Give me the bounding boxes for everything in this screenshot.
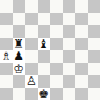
square-d7[interactable] [38, 13, 51, 26]
black-king: ♚ [38, 88, 49, 101]
square-g4[interactable] [75, 50, 88, 63]
square-d5[interactable]: ♝ [38, 38, 51, 51]
black-rook: ♜ [13, 38, 24, 51]
square-b4[interactable]: ♟ [13, 50, 26, 63]
square-a3[interactable] [0, 63, 13, 76]
square-h5[interactable] [88, 38, 101, 51]
white-pawn: ♙ [26, 75, 37, 88]
square-h1[interactable] [88, 88, 101, 101]
square-b7[interactable] [13, 13, 26, 26]
square-a2[interactable] [0, 75, 13, 88]
square-e2[interactable] [50, 75, 63, 88]
square-g7[interactable] [75, 13, 88, 26]
square-d2[interactable] [38, 75, 51, 88]
square-e4[interactable] [50, 50, 63, 63]
square-g1[interactable] [75, 88, 88, 101]
black-pawn: ♟ [13, 50, 24, 63]
square-b6[interactable] [13, 25, 26, 38]
square-d4[interactable] [38, 50, 51, 63]
square-b5[interactable]: ♜ [13, 38, 26, 51]
square-h2[interactable] [88, 75, 101, 88]
white-king: ♔ [13, 63, 24, 76]
square-c6[interactable] [25, 25, 38, 38]
square-f5[interactable] [63, 38, 76, 51]
square-d6[interactable] [38, 25, 51, 38]
square-d3[interactable] [38, 63, 51, 76]
square-c1[interactable] [25, 88, 38, 101]
square-f4[interactable] [63, 50, 76, 63]
square-d1[interactable]: ♚ [38, 88, 51, 101]
square-c2[interactable]: ♙ [25, 75, 38, 88]
square-g3[interactable] [75, 63, 88, 76]
square-d8[interactable] [38, 0, 51, 13]
square-a8[interactable] [0, 0, 13, 13]
square-g8[interactable] [75, 0, 88, 13]
square-e8[interactable] [50, 0, 63, 13]
square-e5[interactable] [50, 38, 63, 51]
square-h7[interactable] [88, 13, 101, 26]
square-e3[interactable] [50, 63, 63, 76]
square-g5[interactable] [75, 38, 88, 51]
square-f6[interactable] [63, 25, 76, 38]
square-h4[interactable] [88, 50, 101, 63]
chess-board: ♜♝♗♟♔♙♚ [0, 0, 100, 100]
square-h3[interactable] [88, 63, 101, 76]
square-f2[interactable] [63, 75, 76, 88]
square-a5[interactable] [0, 38, 13, 51]
chess-diagram: ♜♝♗♟♔♙♚ [0, 0, 100, 100]
square-h6[interactable] [88, 25, 101, 38]
square-c5[interactable] [25, 38, 38, 51]
square-g2[interactable] [75, 75, 88, 88]
white-bishop: ♗ [1, 50, 12, 63]
square-b2[interactable] [13, 75, 26, 88]
square-c7[interactable] [25, 13, 38, 26]
black-bishop: ♝ [38, 38, 49, 51]
square-f7[interactable] [63, 13, 76, 26]
square-f8[interactable] [63, 0, 76, 13]
square-a4[interactable]: ♗ [0, 50, 13, 63]
square-g6[interactable] [75, 25, 88, 38]
square-e6[interactable] [50, 25, 63, 38]
square-a1[interactable] [0, 88, 13, 101]
square-e1[interactable] [50, 88, 63, 101]
square-a7[interactable] [0, 13, 13, 26]
square-a6[interactable] [0, 25, 13, 38]
square-h8[interactable] [88, 0, 101, 13]
square-f3[interactable] [63, 63, 76, 76]
square-f1[interactable] [63, 88, 76, 101]
square-c3[interactable] [25, 63, 38, 76]
square-c4[interactable] [25, 50, 38, 63]
square-c8[interactable] [25, 0, 38, 13]
square-e7[interactable] [50, 13, 63, 26]
square-b1[interactable] [13, 88, 26, 101]
square-b8[interactable] [13, 0, 26, 13]
square-b3[interactable]: ♔ [13, 63, 26, 76]
